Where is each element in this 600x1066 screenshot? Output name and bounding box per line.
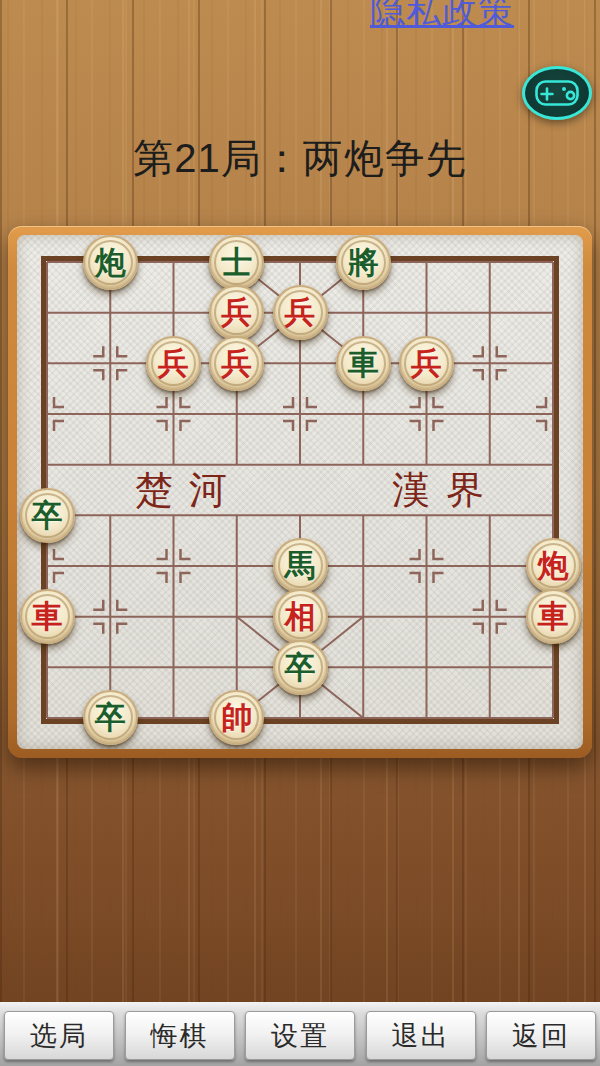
piece-green-炮-f2r1[interactable]: 炮 xyxy=(83,235,138,290)
xiangqi-board: 楚河 漢界 炮士將兵兵兵兵車兵卒馬炮車相車卒卒帥 xyxy=(8,226,592,758)
piece-label: 兵 xyxy=(285,297,316,328)
piece-red-帥-f4r10[interactable]: 帥 xyxy=(209,690,264,745)
piece-red-炮-f9r7[interactable]: 炮 xyxy=(526,538,581,593)
piece-label: 炮 xyxy=(95,247,126,278)
piece-label: 炮 xyxy=(538,550,569,581)
piece-green-馬-f5r7[interactable]: 馬 xyxy=(273,538,328,593)
piece-label: 兵 xyxy=(221,348,252,379)
piece-red-車-f9r8[interactable]: 車 xyxy=(526,589,581,644)
gamepad-button[interactable] xyxy=(522,66,592,120)
piece-green-車-f6r3[interactable]: 車 xyxy=(336,336,391,391)
piece-green-卒-f5r9[interactable]: 卒 xyxy=(273,640,328,695)
piece-label: 帥 xyxy=(221,702,252,733)
piece-label: 士 xyxy=(221,247,252,278)
piece-red-兵-f4r2[interactable]: 兵 xyxy=(209,285,264,340)
piece-grid: 炮士將兵兵兵兵車兵卒馬炮車相車卒卒帥 xyxy=(17,237,583,744)
piece-green-卒-f2r10[interactable]: 卒 xyxy=(83,690,138,745)
piece-red-兵-f3r3[interactable]: 兵 xyxy=(146,336,201,391)
piece-label: 卒 xyxy=(285,652,316,683)
piece-label: 車 xyxy=(348,348,379,379)
select-game-button[interactable]: 选局 xyxy=(4,1011,114,1060)
piece-green-將-f6r1[interactable]: 將 xyxy=(336,235,391,290)
undo-button[interactable]: 悔棋 xyxy=(125,1011,235,1060)
piece-red-兵-f4r3[interactable]: 兵 xyxy=(209,336,264,391)
piece-label: 卒 xyxy=(32,500,63,531)
piece-label: 兵 xyxy=(411,348,442,379)
back-button[interactable]: 返回 xyxy=(486,1011,596,1060)
piece-red-兵-f7r3[interactable]: 兵 xyxy=(399,336,454,391)
page-title: 第21局：两炮争先 xyxy=(0,134,600,182)
piece-label: 兵 xyxy=(221,297,252,328)
piece-label: 相 xyxy=(285,601,316,632)
piece-label: 兵 xyxy=(158,348,189,379)
piece-green-士-f4r1[interactable]: 士 xyxy=(209,235,264,290)
board-canvas: 楚河 漢界 炮士將兵兵兵兵車兵卒馬炮車相車卒卒帥 xyxy=(17,235,583,749)
privacy-policy-link[interactable]: 隐私政策 xyxy=(370,0,514,28)
piece-red-相-f5r8[interactable]: 相 xyxy=(273,589,328,644)
piece-label: 車 xyxy=(538,601,569,632)
piece-label: 車 xyxy=(32,601,63,632)
piece-label: 馬 xyxy=(285,550,316,581)
piece-label: 將 xyxy=(348,247,379,278)
piece-red-車-f1r8[interactable]: 車 xyxy=(20,589,75,644)
exit-button[interactable]: 退出 xyxy=(366,1011,476,1060)
settings-button[interactable]: 设置 xyxy=(245,1011,355,1060)
gamepad-icon xyxy=(534,78,580,108)
piece-red-兵-f5r2[interactable]: 兵 xyxy=(273,285,328,340)
xiangqi-app-screen: { "header": { "privacy_link": "隐私政策", "t… xyxy=(0,0,600,1066)
bottom-toolbar: 选局 悔棋 设置 退出 返回 xyxy=(0,1002,600,1066)
piece-label: 卒 xyxy=(95,702,126,733)
piece-green-卒-f1r6[interactable]: 卒 xyxy=(20,488,75,543)
